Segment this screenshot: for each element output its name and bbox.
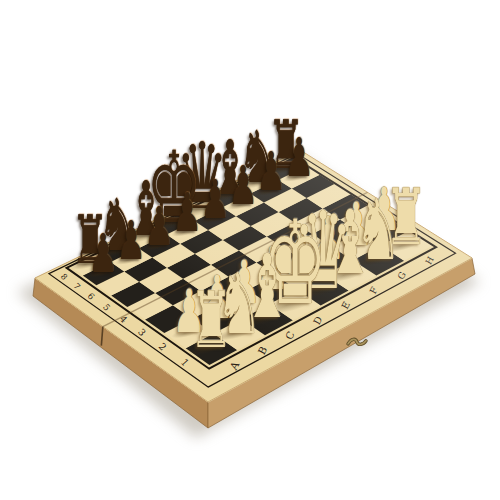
chess-board: 1A2B3C4D5E6F7G8H [0,0,500,500]
light-sheen [35,150,472,402]
product-photo: 1A2B3C4D5E6F7G8H ♜♟♞♟♝♟♛♟♚♟♟♝♜♟♟♞♟♞♟♜♟♟♝… [0,0,500,500]
